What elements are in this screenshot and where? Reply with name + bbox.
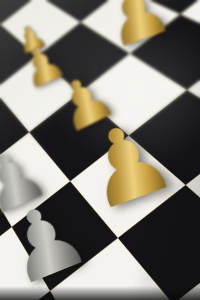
- pieces-layer: ♟♟♟♟♟♟♟: [0, 0, 200, 300]
- brass-pawn-e3[interactable]: ♟: [68, 103, 186, 228]
- photo-frame: ♟♟♟♟♟♟♟: [0, 0, 200, 300]
- steel-pawn-d3[interactable]: ♟: [0, 185, 100, 300]
- brass-pawn-g5[interactable]: ♟: [92, 0, 181, 61]
